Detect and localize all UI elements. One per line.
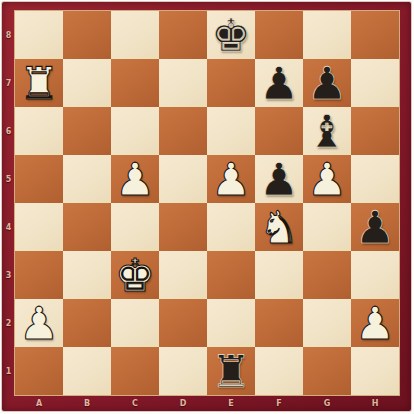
square-f7[interactable]: ♟ [255, 59, 303, 107]
rank-label-7: 7 [2, 79, 15, 88]
square-a3[interactable] [15, 251, 63, 299]
black-pawn[interactable]: ♟ [303, 59, 351, 107]
square-h5[interactable] [351, 155, 399, 203]
square-e4[interactable] [207, 203, 255, 251]
square-g4[interactable] [303, 203, 351, 251]
square-c7[interactable] [111, 59, 159, 107]
white-pawn[interactable]: ♟ [303, 155, 351, 203]
square-d1[interactable] [159, 347, 207, 395]
square-g2[interactable] [303, 299, 351, 347]
square-b3[interactable] [63, 251, 111, 299]
square-c6[interactable] [111, 107, 159, 155]
square-b6[interactable] [63, 107, 111, 155]
square-d8[interactable] [159, 11, 207, 59]
square-e6[interactable] [207, 107, 255, 155]
square-g3[interactable] [303, 251, 351, 299]
board-frame: ♚♜♟♟♝♟♟♟♟♞♟♚♟♟♜ 87654321ABCDEFGH [2, 2, 411, 411]
rank-label-1: 1 [2, 367, 15, 376]
square-g1[interactable] [303, 347, 351, 395]
square-h2[interactable]: ♟ [351, 299, 399, 347]
square-c1[interactable] [111, 347, 159, 395]
square-a5[interactable] [15, 155, 63, 203]
file-label-b: B [63, 397, 111, 410]
square-a6[interactable] [15, 107, 63, 155]
square-f8[interactable] [255, 11, 303, 59]
square-g7[interactable]: ♟ [303, 59, 351, 107]
square-a1[interactable] [15, 347, 63, 395]
square-d2[interactable] [159, 299, 207, 347]
square-d6[interactable] [159, 107, 207, 155]
black-bishop[interactable]: ♝ [303, 107, 351, 155]
rank-label-4: 4 [2, 223, 15, 232]
square-d5[interactable] [159, 155, 207, 203]
square-b5[interactable] [63, 155, 111, 203]
chess-board: ♚♜♟♟♝♟♟♟♟♞♟♚♟♟♜ [15, 11, 399, 395]
file-label-d: D [159, 397, 207, 410]
chess-diagram: ♚♜♟♟♝♟♟♟♟♞♟♚♟♟♜ 87654321ABCDEFGH [0, 0, 414, 414]
white-king[interactable]: ♚ [111, 251, 159, 299]
file-label-h: H [351, 397, 399, 410]
square-a2[interactable]: ♟ [15, 299, 63, 347]
white-pawn[interactable]: ♟ [111, 155, 159, 203]
square-a4[interactable] [15, 203, 63, 251]
square-f1[interactable] [255, 347, 303, 395]
square-h6[interactable] [351, 107, 399, 155]
square-c3[interactable]: ♚ [111, 251, 159, 299]
rank-label-6: 6 [2, 127, 15, 136]
square-d4[interactable] [159, 203, 207, 251]
square-f5[interactable]: ♟ [255, 155, 303, 203]
square-b8[interactable] [63, 11, 111, 59]
square-f3[interactable] [255, 251, 303, 299]
square-h4[interactable]: ♟ [351, 203, 399, 251]
square-g6[interactable]: ♝ [303, 107, 351, 155]
black-pawn[interactable]: ♟ [255, 155, 303, 203]
square-h1[interactable] [351, 347, 399, 395]
white-pawn[interactable]: ♟ [351, 299, 399, 347]
square-g5[interactable]: ♟ [303, 155, 351, 203]
square-c2[interactable] [111, 299, 159, 347]
black-king[interactable]: ♚ [207, 11, 255, 59]
white-pawn[interactable]: ♟ [15, 299, 63, 347]
square-b2[interactable] [63, 299, 111, 347]
square-f2[interactable] [255, 299, 303, 347]
square-h7[interactable] [351, 59, 399, 107]
square-g8[interactable] [303, 11, 351, 59]
white-pawn[interactable]: ♟ [207, 155, 255, 203]
black-rook[interactable]: ♜ [207, 347, 255, 395]
file-label-e: E [207, 397, 255, 410]
file-label-a: A [15, 397, 63, 410]
square-h8[interactable] [351, 11, 399, 59]
square-e2[interactable] [207, 299, 255, 347]
white-rook[interactable]: ♜ [15, 59, 63, 107]
black-pawn[interactable]: ♟ [255, 59, 303, 107]
square-a8[interactable] [15, 11, 63, 59]
square-b4[interactable] [63, 203, 111, 251]
square-f4[interactable]: ♞ [255, 203, 303, 251]
square-e1[interactable]: ♜ [207, 347, 255, 395]
square-c5[interactable]: ♟ [111, 155, 159, 203]
square-h3[interactable] [351, 251, 399, 299]
square-d7[interactable] [159, 59, 207, 107]
square-d3[interactable] [159, 251, 207, 299]
square-f6[interactable] [255, 107, 303, 155]
square-e8[interactable]: ♚ [207, 11, 255, 59]
square-a7[interactable]: ♜ [15, 59, 63, 107]
white-knight[interactable]: ♞ [255, 203, 303, 251]
square-b7[interactable] [63, 59, 111, 107]
square-e7[interactable] [207, 59, 255, 107]
file-label-c: C [111, 397, 159, 410]
rank-label-5: 5 [2, 175, 15, 184]
file-label-g: G [303, 397, 351, 410]
square-e3[interactable] [207, 251, 255, 299]
square-e5[interactable]: ♟ [207, 155, 255, 203]
square-c4[interactable] [111, 203, 159, 251]
square-b1[interactable] [63, 347, 111, 395]
file-label-f: F [255, 397, 303, 410]
rank-label-8: 8 [2, 31, 15, 40]
square-c8[interactable] [111, 11, 159, 59]
rank-label-2: 2 [2, 319, 15, 328]
black-pawn[interactable]: ♟ [351, 203, 399, 251]
rank-label-3: 3 [2, 271, 15, 280]
